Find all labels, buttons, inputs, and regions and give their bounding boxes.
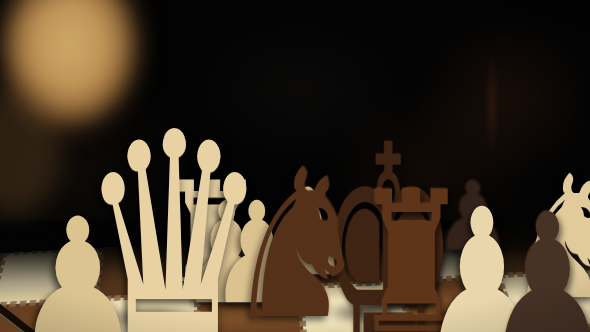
chess-macro-photo: ♜ ♟ ♟ ♟ ♞ ♚ ♞ ♜ ♟ ♟ ♛ ♟ ♟ [0,0,590,332]
black-pawn-right-piece: ♟ [483,188,590,332]
